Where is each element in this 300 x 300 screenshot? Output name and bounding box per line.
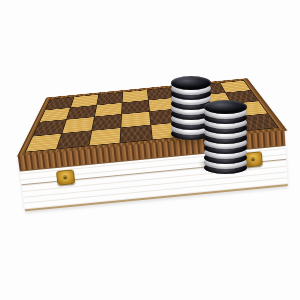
left-clasp-icon: [56, 169, 76, 185]
black-checker-disc: [204, 100, 247, 114]
product-photo-scene: [0, 0, 300, 300]
board-square-light: [89, 128, 120, 146]
board-square-light: [26, 133, 62, 151]
game-box: [2, 13, 299, 229]
right-checker-stack: [204, 100, 247, 174]
board-square-dark: [121, 125, 152, 143]
black-checker-disc: [171, 76, 211, 90]
board-square-dark: [58, 131, 92, 149]
